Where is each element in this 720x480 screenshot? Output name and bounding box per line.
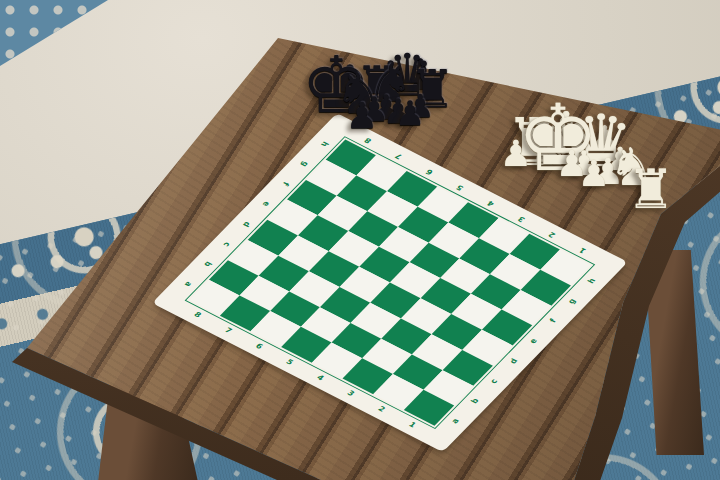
coord-label: 7 xyxy=(393,152,403,160)
coord-label: a xyxy=(450,418,461,425)
coord-label: 8 xyxy=(363,136,373,144)
coord-label: c xyxy=(222,241,232,248)
coord-label: 8 xyxy=(192,311,202,319)
coord-label: a xyxy=(182,280,193,287)
coord-label: 1 xyxy=(577,246,587,254)
coord-label: 2 xyxy=(376,406,386,414)
coord-label: 5 xyxy=(455,183,465,191)
coord-label: 6 xyxy=(254,343,264,351)
coord-label: 2 xyxy=(547,230,557,238)
coord-label: 7 xyxy=(223,327,233,335)
coord-label: 1 xyxy=(407,421,417,429)
coord-label: d xyxy=(241,220,252,227)
white-pawn: ♟ xyxy=(578,156,610,192)
coord-label: d xyxy=(509,358,520,365)
coord-label: g xyxy=(299,160,310,167)
coord-label: e xyxy=(260,200,271,207)
coord-label: 3 xyxy=(346,390,356,398)
black-pawn: ♟ xyxy=(395,96,425,130)
coord-label: 5 xyxy=(284,358,294,366)
photo-scene: 8765432187654321hgfedcbahgfedcba ♝♛♝♜♞♜♚… xyxy=(0,0,720,480)
white-rook: ♜ xyxy=(627,163,675,217)
coord-label: 4 xyxy=(315,374,325,382)
coord-label: h xyxy=(587,277,598,284)
coord-label: 6 xyxy=(424,167,434,175)
coord-label: 4 xyxy=(485,199,495,207)
black-pawn: ♟ xyxy=(346,98,378,134)
coord-label: f xyxy=(549,318,558,324)
coord-label: b xyxy=(470,398,481,405)
coord-label: e xyxy=(528,338,539,345)
coord-label: h xyxy=(319,140,330,147)
coord-label: c xyxy=(490,378,500,385)
coord-label: b xyxy=(202,260,213,267)
coord-label: g xyxy=(567,297,578,304)
coord-label: f xyxy=(281,181,290,187)
coord-label: 3 xyxy=(516,215,526,223)
